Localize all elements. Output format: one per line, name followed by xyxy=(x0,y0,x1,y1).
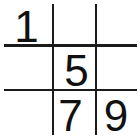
sudoku-board: 1 5 7 9 xyxy=(0,0,140,140)
given-digit: 9 xyxy=(104,94,128,138)
given-digit: 7 xyxy=(58,94,82,138)
cell-r2c0[interactable] xyxy=(0,89,53,140)
cell-r2c2[interactable]: 9 xyxy=(96,89,140,140)
cell-r1c1[interactable]: 5 xyxy=(53,45,96,89)
cell-r1c2[interactable] xyxy=(96,45,140,89)
cell-r0c2[interactable] xyxy=(96,0,140,45)
cell-r0c1[interactable] xyxy=(53,0,96,45)
given-digit: 5 xyxy=(64,49,88,93)
given-digit: 1 xyxy=(14,5,38,49)
cell-r1c0[interactable] xyxy=(0,45,53,89)
cell-r0c0[interactable]: 1 xyxy=(0,0,53,45)
cell-grid: 1 5 7 9 xyxy=(0,0,140,140)
cell-r2c1[interactable]: 7 xyxy=(53,89,96,140)
